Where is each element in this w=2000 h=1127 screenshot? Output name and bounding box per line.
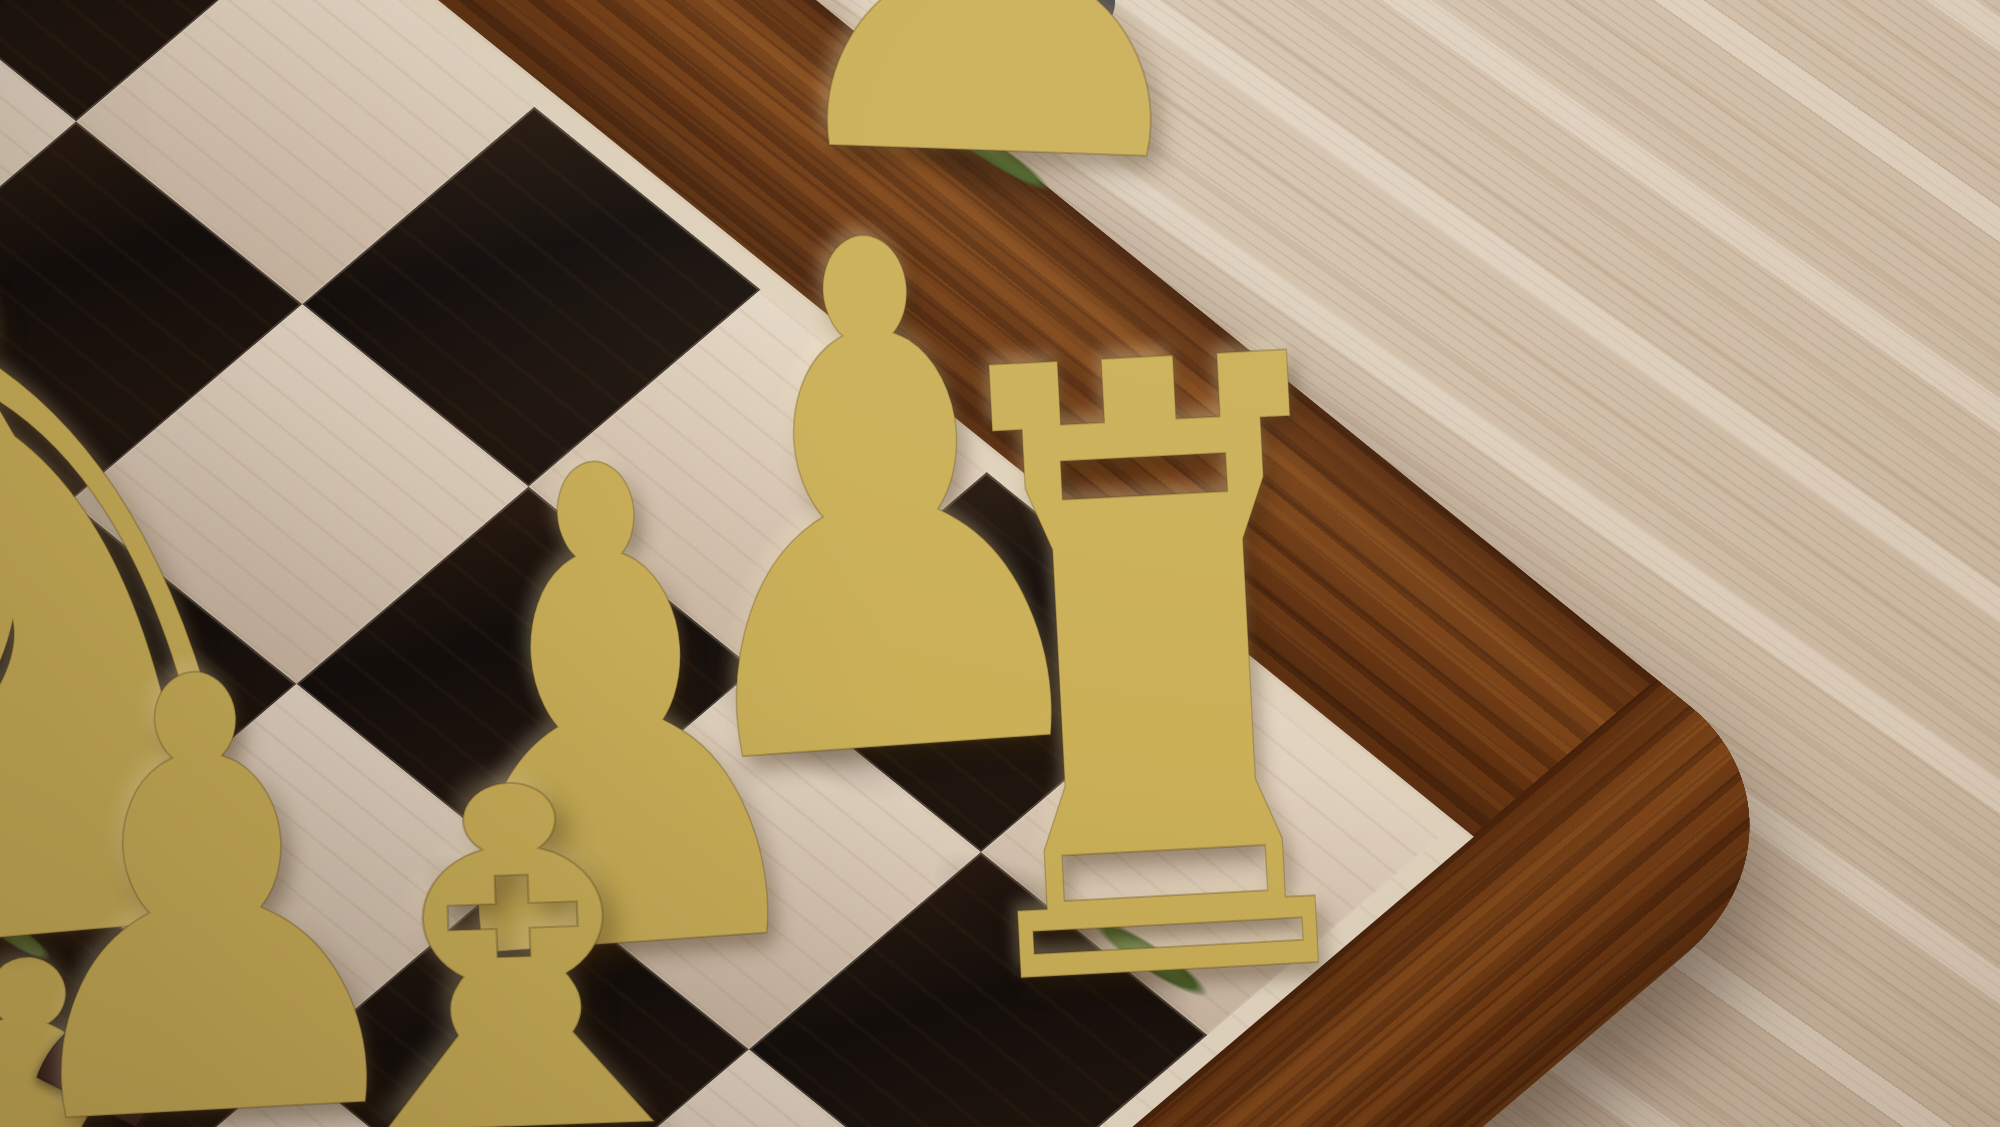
piece-white-bishop-g3[interactable]: ♝ <box>249 720 779 1127</box>
piece-white-rook-h1[interactable]: ♜ <box>896 247 1414 1111</box>
chess-photo-scene: ♜♟♟♝♟♞♟♟♟ <box>0 0 2000 1127</box>
